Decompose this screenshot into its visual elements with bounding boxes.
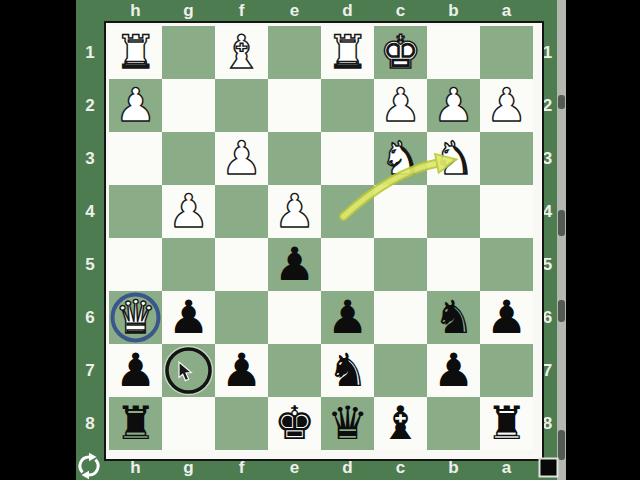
square-e6[interactable] xyxy=(268,291,321,344)
square-a1[interactable] xyxy=(480,26,533,79)
square-c6[interactable] xyxy=(374,291,427,344)
square-c7[interactable] xyxy=(374,344,427,397)
rank-label-5: 5 xyxy=(76,238,104,291)
square-b6[interactable]: ♞ xyxy=(427,291,480,344)
white-pawn: ♟ xyxy=(380,79,421,132)
black-pawn: ♟ xyxy=(327,291,368,344)
file-label-f: f xyxy=(215,0,268,21)
square-h4[interactable] xyxy=(109,185,162,238)
white-pawn: ♟ xyxy=(486,79,527,132)
white-knight: ♞ xyxy=(380,132,421,185)
square-a6[interactable]: ♟ xyxy=(480,291,533,344)
video-artifact xyxy=(558,95,565,109)
square-h2[interactable]: ♟ xyxy=(109,79,162,132)
square-h6[interactable]: ♛ xyxy=(109,291,162,344)
square-h3[interactable] xyxy=(109,132,162,185)
rank-label-7: 7 xyxy=(76,344,104,397)
square-g6[interactable]: ♟ xyxy=(162,291,215,344)
square-d1[interactable]: ♜ xyxy=(321,26,374,79)
black-bishop: ♝ xyxy=(380,397,421,450)
square-g2[interactable] xyxy=(162,79,215,132)
square-h7[interactable]: ♟ xyxy=(109,344,162,397)
square-f6[interactable] xyxy=(215,291,268,344)
square-e5[interactable]: ♟ xyxy=(268,238,321,291)
square-h8[interactable]: ♜ xyxy=(109,397,162,450)
file-labels-top: hgfedcba xyxy=(109,0,533,21)
square-h1[interactable]: ♜ xyxy=(109,26,162,79)
square-b4[interactable] xyxy=(427,185,480,238)
white-rook: ♜ xyxy=(327,26,368,79)
square-c3[interactable]: ♞ xyxy=(374,132,427,185)
file-label-g: g xyxy=(162,0,215,21)
square-b8[interactable] xyxy=(427,397,480,450)
rank-label-2: 2 xyxy=(76,79,104,132)
square-a3[interactable] xyxy=(480,132,533,185)
white-pawn: ♟ xyxy=(274,185,315,238)
square-e2[interactable] xyxy=(268,79,321,132)
square-b1[interactable] xyxy=(427,26,480,79)
white-pawn: ♟ xyxy=(168,185,209,238)
rank-label-3: 3 xyxy=(76,132,104,185)
file-label-e: e xyxy=(268,0,321,21)
video-frame: hgfedcba hgfedcba 12345678 12345678 ♜♝♜♚… xyxy=(0,0,640,480)
square-g4[interactable]: ♟ xyxy=(162,185,215,238)
rank-label-6: 6 xyxy=(76,291,104,344)
black-knight: ♞ xyxy=(327,344,368,397)
black-knight: ♞ xyxy=(433,291,474,344)
file-label-a: a xyxy=(480,0,533,21)
board-grid: ♜♝♜♚♟♟♟♟♟♞♞♟♟♟♛♟♟♞♟♟♟♞♟♜♚♛♝♜ xyxy=(109,26,533,450)
square-g7[interactable] xyxy=(162,344,215,397)
square-d8[interactable]: ♛ xyxy=(321,397,374,450)
square-d2[interactable] xyxy=(321,79,374,132)
white-bishop: ♝ xyxy=(221,26,262,79)
square-f8[interactable] xyxy=(215,397,268,450)
black-pawn: ♟ xyxy=(433,344,474,397)
square-e7[interactable] xyxy=(268,344,321,397)
square-c1[interactable]: ♚ xyxy=(374,26,427,79)
square-a5[interactable] xyxy=(480,238,533,291)
square-f5[interactable] xyxy=(215,238,268,291)
rank-label-1: 1 xyxy=(76,26,104,79)
square-e4[interactable]: ♟ xyxy=(268,185,321,238)
black-rook: ♜ xyxy=(115,397,156,450)
square-a7[interactable] xyxy=(480,344,533,397)
white-knight: ♞ xyxy=(433,132,474,185)
rank-labels-left: 12345678 xyxy=(76,26,104,450)
square-d7[interactable]: ♞ xyxy=(321,344,374,397)
video-edge-strip xyxy=(557,0,566,480)
square-e1[interactable] xyxy=(268,26,321,79)
white-pawn: ♟ xyxy=(433,79,474,132)
square-f4[interactable] xyxy=(215,185,268,238)
square-d3[interactable] xyxy=(321,132,374,185)
square-b2[interactable]: ♟ xyxy=(427,79,480,132)
black-rook: ♜ xyxy=(486,397,527,450)
video-artifact xyxy=(558,210,565,236)
black-pawn: ♟ xyxy=(274,238,315,291)
white-queen: ♛ xyxy=(115,291,156,344)
square-h5[interactable] xyxy=(109,238,162,291)
square-f2[interactable] xyxy=(215,79,268,132)
black-pawn: ♟ xyxy=(486,291,527,344)
black-king: ♚ xyxy=(274,397,315,450)
square-d5[interactable] xyxy=(321,238,374,291)
rank-label-8: 8 xyxy=(76,397,104,450)
rank-label-4: 4 xyxy=(76,185,104,238)
square-f1[interactable]: ♝ xyxy=(215,26,268,79)
square-b5[interactable] xyxy=(427,238,480,291)
white-king: ♚ xyxy=(380,26,421,79)
square-a4[interactable] xyxy=(480,185,533,238)
chess-board: ♜♝♜♚♟♟♟♟♟♞♞♟♟♟♛♟♟♞♟♟♟♞♟♜♚♛♝♜ xyxy=(104,21,544,461)
square-d6[interactable]: ♟ xyxy=(321,291,374,344)
file-label-d: d xyxy=(321,0,374,21)
square-a2[interactable]: ♟ xyxy=(480,79,533,132)
square-c5[interactable] xyxy=(374,238,427,291)
black-pawn: ♟ xyxy=(221,344,262,397)
square-e8[interactable]: ♚ xyxy=(268,397,321,450)
square-a8[interactable]: ♜ xyxy=(480,397,533,450)
square-c2[interactable]: ♟ xyxy=(374,79,427,132)
square-d4[interactable] xyxy=(321,185,374,238)
white-rook: ♜ xyxy=(115,26,156,79)
square-e3[interactable] xyxy=(268,132,321,185)
square-g3[interactable] xyxy=(162,132,215,185)
file-label-h: h xyxy=(109,0,162,21)
square-f7[interactable]: ♟ xyxy=(215,344,268,397)
file-label-c: c xyxy=(374,0,427,21)
video-artifact xyxy=(558,430,565,460)
square-g8[interactable] xyxy=(162,397,215,450)
file-label-b: b xyxy=(427,0,480,21)
black-pawn: ♟ xyxy=(115,344,156,397)
square-f3[interactable]: ♟ xyxy=(215,132,268,185)
white-pawn: ♟ xyxy=(221,132,262,185)
square-b7[interactable]: ♟ xyxy=(427,344,480,397)
video-artifact xyxy=(558,300,565,322)
white-pawn: ♟ xyxy=(115,79,156,132)
square-b3[interactable]: ♞ xyxy=(427,132,480,185)
square-g5[interactable] xyxy=(162,238,215,291)
black-queen: ♛ xyxy=(327,397,368,450)
square-c8[interactable]: ♝ xyxy=(374,397,427,450)
square-g1[interactable] xyxy=(162,26,215,79)
square-c4[interactable] xyxy=(374,185,427,238)
black-pawn: ♟ xyxy=(168,291,209,344)
